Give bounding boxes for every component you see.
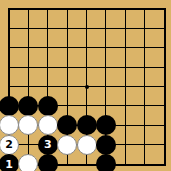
board-cell[interactable] xyxy=(77,38,96,57)
board-cell[interactable] xyxy=(96,116,115,135)
board-cell[interactable] xyxy=(38,0,57,19)
board-cell[interactable] xyxy=(19,0,38,19)
white-stone xyxy=(57,135,77,155)
board-cell[interactable] xyxy=(38,116,57,135)
board-cell[interactable] xyxy=(135,38,154,57)
board-cell[interactable] xyxy=(116,0,135,19)
board-cell[interactable] xyxy=(0,38,19,57)
board-cell[interactable] xyxy=(116,116,135,135)
white-stone xyxy=(18,154,38,171)
board-cell[interactable] xyxy=(116,154,135,171)
black-stone xyxy=(77,115,97,135)
board-cell[interactable] xyxy=(38,96,57,115)
board-cell[interactable] xyxy=(38,19,57,38)
board-cell[interactable] xyxy=(38,77,57,96)
black-stone xyxy=(38,96,58,116)
board-cell[interactable] xyxy=(135,77,154,96)
board-cell[interactable] xyxy=(135,154,154,171)
board-cell[interactable] xyxy=(0,19,19,38)
white-stone xyxy=(0,115,19,135)
board-cell[interactable] xyxy=(57,77,76,96)
board-cell[interactable]: 2 xyxy=(0,135,19,154)
board-cell[interactable] xyxy=(135,57,154,76)
black-stone xyxy=(18,96,38,116)
board-cell[interactable] xyxy=(38,38,57,57)
board-cell[interactable] xyxy=(154,38,171,57)
board-cell[interactable] xyxy=(96,57,115,76)
board-cell[interactable] xyxy=(96,0,115,19)
board-cell[interactable] xyxy=(116,19,135,38)
board-cell[interactable] xyxy=(135,135,154,154)
board-cell[interactable] xyxy=(57,154,76,171)
board-cell[interactable]: 1 xyxy=(0,154,19,171)
board-cell[interactable] xyxy=(19,154,38,171)
board-cell[interactable] xyxy=(135,0,154,19)
board-cell[interactable] xyxy=(19,116,38,135)
board-cell[interactable] xyxy=(19,77,38,96)
board-cell[interactable] xyxy=(135,96,154,115)
board-cell[interactable] xyxy=(57,135,76,154)
board-cell[interactable] xyxy=(57,0,76,19)
board-cell[interactable] xyxy=(154,0,171,19)
black-stone xyxy=(38,154,58,171)
board-cell[interactable] xyxy=(0,57,19,76)
board-cell[interactable] xyxy=(57,96,76,115)
board-cell[interactable] xyxy=(0,77,19,96)
black-stone xyxy=(0,96,19,116)
board-cell[interactable] xyxy=(96,154,115,171)
board-cell[interactable] xyxy=(57,38,76,57)
board-cell[interactable] xyxy=(77,19,96,38)
board-cell[interactable] xyxy=(77,154,96,171)
white-stone: 2 xyxy=(0,135,19,155)
board-cell[interactable] xyxy=(19,96,38,115)
board-cell[interactable] xyxy=(154,57,171,76)
board-cell[interactable] xyxy=(96,96,115,115)
move-number: 1 xyxy=(5,159,13,170)
board-cell[interactable]: 3 xyxy=(38,135,57,154)
board-cell[interactable] xyxy=(154,77,171,96)
board-cell[interactable] xyxy=(96,38,115,57)
board-cell[interactable] xyxy=(116,135,135,154)
black-stone: 1 xyxy=(0,154,19,171)
board-cell[interactable] xyxy=(77,77,96,96)
board-cell[interactable] xyxy=(96,135,115,154)
board-cell[interactable] xyxy=(154,154,171,171)
board-cell[interactable] xyxy=(0,96,19,115)
white-stone xyxy=(77,135,97,155)
board-cell[interactable] xyxy=(19,38,38,57)
board-cell[interactable] xyxy=(19,19,38,38)
board-cell[interactable] xyxy=(154,135,171,154)
board-cell[interactable] xyxy=(77,57,96,76)
black-stone: 3 xyxy=(38,135,58,155)
board-cell[interactable] xyxy=(116,57,135,76)
board-cell[interactable] xyxy=(19,57,38,76)
board-cell[interactable] xyxy=(57,57,76,76)
board-cell[interactable] xyxy=(135,116,154,135)
board-cell[interactable] xyxy=(154,19,171,38)
board-cell[interactable] xyxy=(135,19,154,38)
board-cell[interactable] xyxy=(77,135,96,154)
board-cell[interactable] xyxy=(38,57,57,76)
black-stone xyxy=(96,154,116,171)
board-cell[interactable] xyxy=(77,116,96,135)
black-stone xyxy=(96,115,116,135)
board-cell[interactable] xyxy=(154,116,171,135)
white-stone xyxy=(38,115,58,135)
black-stone xyxy=(96,135,116,155)
go-diagram: 231 xyxy=(0,0,171,171)
board-cell[interactable] xyxy=(19,135,38,154)
board-cell[interactable] xyxy=(77,0,96,19)
go-board: 231 xyxy=(0,0,171,171)
board-cell[interactable] xyxy=(57,116,76,135)
board-cell[interactable] xyxy=(154,96,171,115)
board-cell[interactable] xyxy=(116,38,135,57)
white-stone xyxy=(18,115,38,135)
board-cell[interactable] xyxy=(0,116,19,135)
board-cell[interactable] xyxy=(96,77,115,96)
board-cell[interactable] xyxy=(96,19,115,38)
board-cell[interactable] xyxy=(0,0,19,19)
board-cell[interactable] xyxy=(116,77,135,96)
move-number: 3 xyxy=(44,139,52,150)
board-cell[interactable] xyxy=(77,96,96,115)
black-stone xyxy=(57,115,77,135)
move-number: 2 xyxy=(5,139,13,150)
board-cell[interactable] xyxy=(116,96,135,115)
board-cell[interactable] xyxy=(38,154,57,171)
board-cell[interactable] xyxy=(57,19,76,38)
